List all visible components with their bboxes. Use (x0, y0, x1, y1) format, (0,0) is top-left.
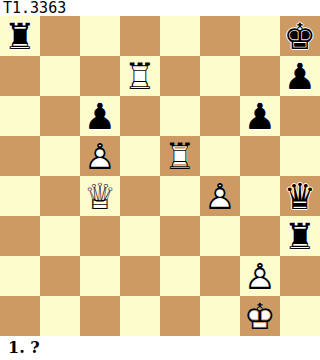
square-g5[interactable] (240, 136, 280, 176)
square-f1[interactable] (200, 296, 240, 336)
square-d8[interactable] (120, 16, 160, 56)
square-e4[interactable] (160, 176, 200, 216)
square-a7[interactable] (0, 56, 40, 96)
square-e3[interactable] (160, 216, 200, 256)
white-rook[interactable]: ♜♖ (160, 136, 200, 176)
square-f4[interactable]: ♟♙ (200, 176, 240, 216)
white-pawn[interactable]: ♟♙ (200, 176, 240, 216)
chess-board: ♜♚♜♖♟♟♟♟♙♜♖♛♕♟♙♛♜♟♙♚♔ (0, 16, 320, 336)
square-f6[interactable] (200, 96, 240, 136)
square-f7[interactable] (200, 56, 240, 96)
square-c4[interactable]: ♛♕ (80, 176, 120, 216)
square-b6[interactable] (40, 96, 80, 136)
piece-outline-layer: ♕ (80, 176, 120, 216)
square-e2[interactable] (160, 256, 200, 296)
square-b2[interactable] (40, 256, 80, 296)
square-e1[interactable] (160, 296, 200, 336)
square-c3[interactable] (80, 216, 120, 256)
square-a2[interactable] (0, 256, 40, 296)
square-g3[interactable] (240, 216, 280, 256)
white-queen[interactable]: ♛♕ (80, 176, 120, 216)
square-g4[interactable] (240, 176, 280, 216)
square-c5[interactable]: ♟♙ (80, 136, 120, 176)
square-c6[interactable]: ♟ (80, 96, 120, 136)
square-g7[interactable] (240, 56, 280, 96)
piece-outline-layer: ♙ (80, 136, 120, 176)
square-a1[interactable] (0, 296, 40, 336)
black-pawn[interactable]: ♟ (80, 96, 120, 136)
square-a5[interactable] (0, 136, 40, 176)
piece-outline-layer: ♖ (120, 56, 160, 96)
black-pawn[interactable]: ♟ (280, 56, 320, 96)
piece-outline-layer: ♙ (240, 256, 280, 296)
move-prompt: 1. ? (0, 336, 320, 360)
square-h3[interactable]: ♜ (280, 216, 320, 256)
black-rook[interactable]: ♜ (280, 216, 320, 256)
square-h1[interactable] (280, 296, 320, 336)
square-h2[interactable] (280, 256, 320, 296)
piece-outline-layer: ♔ (240, 296, 280, 336)
square-a3[interactable] (0, 216, 40, 256)
white-king[interactable]: ♚♔ (240, 296, 280, 336)
square-b7[interactable] (40, 56, 80, 96)
square-c8[interactable] (80, 16, 120, 56)
square-d6[interactable] (120, 96, 160, 136)
square-d1[interactable] (120, 296, 160, 336)
square-d4[interactable] (120, 176, 160, 216)
square-c7[interactable] (80, 56, 120, 96)
square-e6[interactable] (160, 96, 200, 136)
black-king[interactable]: ♚ (280, 16, 320, 56)
square-g6[interactable]: ♟ (240, 96, 280, 136)
square-h8[interactable]: ♚ (280, 16, 320, 56)
black-rook[interactable]: ♜ (0, 16, 40, 56)
square-d5[interactable] (120, 136, 160, 176)
square-a4[interactable] (0, 176, 40, 216)
square-b5[interactable] (40, 136, 80, 176)
black-queen[interactable]: ♛ (280, 176, 320, 216)
square-b4[interactable] (40, 176, 80, 216)
square-h7[interactable]: ♟ (280, 56, 320, 96)
square-h4[interactable]: ♛ (280, 176, 320, 216)
square-h5[interactable] (280, 136, 320, 176)
square-d2[interactable] (120, 256, 160, 296)
square-b8[interactable] (40, 16, 80, 56)
square-a8[interactable]: ♜ (0, 16, 40, 56)
square-b1[interactable] (40, 296, 80, 336)
piece-outline-layer: ♙ (200, 176, 240, 216)
square-h6[interactable] (280, 96, 320, 136)
square-a6[interactable] (0, 96, 40, 136)
black-pawn[interactable]: ♟ (240, 96, 280, 136)
chess-puzzle-app: T1.3363 ♜♚♜♖♟♟♟♟♙♜♖♛♕♟♙♛♜♟♙♚♔ 1. ? (0, 0, 320, 360)
square-c2[interactable] (80, 256, 120, 296)
square-e5[interactable]: ♜♖ (160, 136, 200, 176)
white-pawn[interactable]: ♟♙ (240, 256, 280, 296)
square-g2[interactable]: ♟♙ (240, 256, 280, 296)
square-f8[interactable] (200, 16, 240, 56)
square-e8[interactable] (160, 16, 200, 56)
piece-outline-layer: ♖ (160, 136, 200, 176)
square-g8[interactable] (240, 16, 280, 56)
square-f2[interactable] (200, 256, 240, 296)
square-f5[interactable] (200, 136, 240, 176)
white-rook[interactable]: ♜♖ (120, 56, 160, 96)
square-b3[interactable] (40, 216, 80, 256)
puzzle-title: T1.3363 (0, 0, 320, 16)
white-pawn[interactable]: ♟♙ (80, 136, 120, 176)
square-c1[interactable] (80, 296, 120, 336)
square-f3[interactable] (200, 216, 240, 256)
square-d3[interactable] (120, 216, 160, 256)
square-e7[interactable] (160, 56, 200, 96)
square-g1[interactable]: ♚♔ (240, 296, 280, 336)
square-d7[interactable]: ♜♖ (120, 56, 160, 96)
